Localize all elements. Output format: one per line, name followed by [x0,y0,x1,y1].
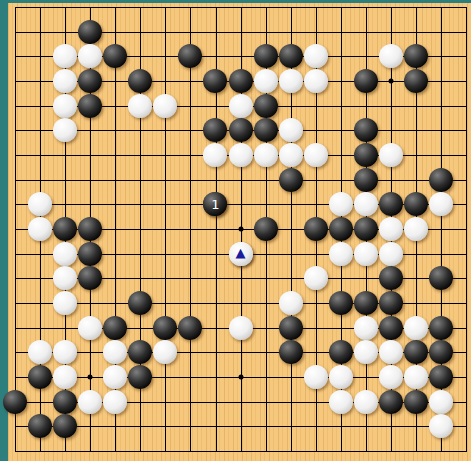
black-stone [203,69,227,93]
white-stone [304,143,328,167]
black-stone [404,44,428,68]
black-stone [379,266,403,290]
white-stone [329,365,353,389]
white-stone [53,266,77,290]
black-stone [404,340,428,364]
black-stone [329,217,353,241]
white-stone [103,340,127,364]
black-stone [429,266,453,290]
black-stone [78,94,102,118]
white-stone [254,143,278,167]
black-stone [153,316,177,340]
black-stone [404,192,428,216]
black-stone [379,390,403,414]
marked-stone-triangle: ▲ [229,242,253,266]
white-stone [404,365,428,389]
white-stone [304,266,328,290]
black-stone [379,192,403,216]
white-stone [53,94,77,118]
white-stone [379,143,403,167]
white-stone [379,242,403,266]
black-stone [229,118,253,142]
marked-stone-move-number: 1 [203,192,227,216]
white-stone [28,217,52,241]
black-stone [78,217,102,241]
black-stone [429,340,453,364]
white-stone [203,143,227,167]
black-stone [354,217,378,241]
star-point [238,227,243,232]
white-stone [429,414,453,438]
black-stone [229,69,253,93]
white-stone [279,291,303,315]
white-stone [304,44,328,68]
black-stone [28,414,52,438]
black-stone [279,168,303,192]
white-stone [429,390,453,414]
black-stone [128,69,152,93]
black-stone [429,168,453,192]
white-stone [53,242,77,266]
white-stone [254,69,278,93]
white-stone [28,192,52,216]
black-stone [329,291,353,315]
black-stone [354,69,378,93]
white-stone [404,316,428,340]
star-point [88,375,93,380]
black-stone [279,316,303,340]
white-stone [53,291,77,315]
star-point [238,375,243,380]
white-stone [404,217,428,241]
black-stone [3,390,27,414]
black-stone [128,340,152,364]
black-stone [128,291,152,315]
white-stone [379,340,403,364]
white-stone [304,365,328,389]
white-stone [329,390,353,414]
black-stone [103,44,127,68]
black-stone [404,69,428,93]
black-stone [304,217,328,241]
white-stone [379,217,403,241]
black-stone [78,20,102,44]
black-stone [178,44,202,68]
white-stone [53,118,77,142]
white-stone [78,390,102,414]
black-stone [354,118,378,142]
white-stone [53,365,77,389]
black-stone [329,340,353,364]
black-stone [279,44,303,68]
white-stone [354,340,378,364]
white-stone [329,242,353,266]
go-app-window: 1▲ [0,0,471,461]
white-stone [53,340,77,364]
white-stone [354,192,378,216]
black-stone [78,242,102,266]
triangle-marker-icon: ▲ [236,246,246,259]
black-stone [128,365,152,389]
black-stone [53,390,77,414]
white-stone [354,390,378,414]
white-stone [78,44,102,68]
black-stone [254,44,278,68]
black-stone [53,217,77,241]
black-stone [279,340,303,364]
white-stone [78,316,102,340]
white-stone [229,94,253,118]
white-stone [379,44,403,68]
grid-line-horizontal [15,426,467,427]
black-stone [78,69,102,93]
white-stone [153,94,177,118]
black-stone [354,143,378,167]
white-stone [379,365,403,389]
black-stone [429,316,453,340]
black-stone [28,365,52,389]
white-stone [304,69,328,93]
white-stone [53,44,77,68]
black-stone [103,316,127,340]
grid-line-vertical [466,7,467,452]
black-stone [254,217,278,241]
white-stone [153,340,177,364]
grid-line-horizontal [15,451,467,452]
white-stone [103,390,127,414]
black-stone [178,316,202,340]
white-stone [279,118,303,142]
black-stone [203,118,227,142]
black-stone [254,118,278,142]
white-stone [103,365,127,389]
black-stone [354,291,378,315]
white-stone [279,143,303,167]
black-stone [53,414,77,438]
black-stone [404,390,428,414]
white-stone [53,69,77,93]
white-stone [329,192,353,216]
white-stone [229,143,253,167]
white-stone [354,242,378,266]
white-stone [429,192,453,216]
white-stone [229,316,253,340]
move-number-label: 1 [211,198,219,211]
white-stone [28,340,52,364]
white-stone [354,316,378,340]
black-stone [379,316,403,340]
black-stone [379,291,403,315]
black-stone [78,266,102,290]
black-stone [254,94,278,118]
white-stone [128,94,152,118]
white-stone [279,69,303,93]
black-stone [429,365,453,389]
black-stone [354,168,378,192]
star-point [388,79,393,84]
